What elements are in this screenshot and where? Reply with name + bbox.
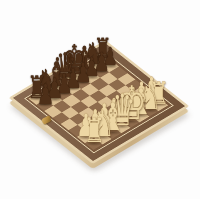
chess-set-photo: ♜♞♟♝♟♚♟♛♟♝♟♞♟♟♜♟♟♜♟♟♞♟♝♟♚♟♛♟♝♟♞♜ — [0, 0, 200, 199]
chess-board — [9, 40, 190, 164]
board-face — [9, 40, 190, 164]
